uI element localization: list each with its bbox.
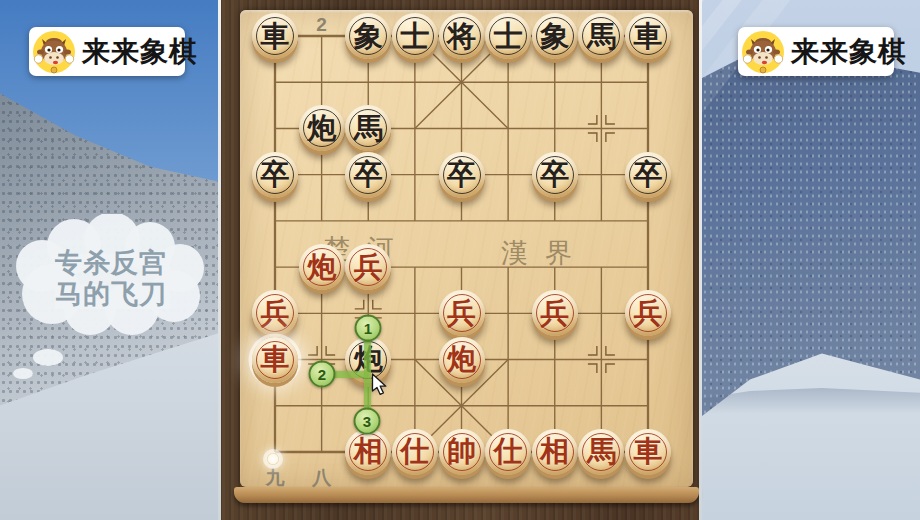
ox-mascot-icon (741, 30, 785, 74)
piece-black-将[interactable]: 将 (439, 13, 485, 59)
piece-black-炮[interactable]: 炮 (299, 105, 345, 151)
piece-black-車[interactable]: 車 (252, 13, 298, 59)
piece-red-車[interactable]: 車 (625, 429, 671, 475)
piece-black-車[interactable]: 車 (625, 13, 671, 59)
mouse-cursor-icon (371, 373, 389, 397)
ox-mascot-icon (32, 30, 76, 74)
move-number-badge-2: 2 (309, 361, 336, 388)
app-logo-right: 来来象棋 (738, 27, 894, 76)
thought-dot-small (13, 368, 33, 379)
app-logo-text-right: 来来象棋 (791, 33, 907, 71)
left-photo-panel: 来来象棋 专杀反宫 马的飞刀 (0, 0, 220, 520)
lesson-title-line1: 专杀反宫 (55, 248, 167, 279)
piece-red-炮[interactable]: 炮 (439, 337, 485, 383)
river-label-right: 漢界 (501, 235, 589, 271)
panel-divider-left (218, 0, 221, 520)
piece-red-車[interactable]: 車 (252, 337, 298, 383)
move-number-badge-1: 1 (355, 315, 382, 342)
last-move-origin-glow (267, 453, 279, 465)
piece-black-象[interactable]: 象 (345, 13, 391, 59)
piece-black-士[interactable]: 士 (392, 13, 438, 59)
piece-red-相[interactable]: 相 (345, 429, 391, 475)
piece-red-帥[interactable]: 帥 (439, 429, 485, 475)
piece-red-炮[interactable]: 炮 (299, 244, 345, 290)
piece-red-仕[interactable]: 仕 (485, 429, 531, 475)
piece-red-馬[interactable]: 馬 (578, 429, 624, 475)
piece-red-相[interactable]: 相 (532, 429, 578, 475)
piece-black-士[interactable]: 士 (485, 13, 531, 59)
move-number-badge-3: 3 (354, 408, 381, 435)
piece-black-馬[interactable]: 馬 (345, 105, 391, 151)
lesson-title: 专杀反宫 马的飞刀 (10, 214, 212, 342)
piece-red-兵[interactable]: 兵 (345, 244, 391, 290)
file-label-bottom: 八 (312, 465, 331, 491)
thought-dot-large (33, 349, 63, 366)
file-label-top: 2 (316, 14, 327, 36)
panel-divider-right (699, 0, 702, 520)
lesson-title-line2: 马的飞刀 (55, 279, 167, 310)
piece-black-卒[interactable]: 卒 (345, 152, 391, 198)
piece-red-兵[interactable]: 兵 (625, 290, 671, 336)
piece-red-兵[interactable]: 兵 (439, 290, 485, 336)
piece-black-卒[interactable]: 卒 (625, 152, 671, 198)
piece-red-兵[interactable]: 兵 (252, 290, 298, 336)
right-photo-panel: 来来象棋 更多飞刀 请看专栏 (702, 0, 920, 520)
piece-black-象[interactable]: 象 (532, 13, 578, 59)
file-label-bottom: 九 (266, 465, 285, 491)
app-logo-text: 来来象棋 (82, 33, 198, 71)
piece-red-兵[interactable]: 兵 (532, 290, 578, 336)
piece-black-卒[interactable]: 卒 (532, 152, 578, 198)
piece-black-卒[interactable]: 卒 (252, 152, 298, 198)
piece-black-馬[interactable]: 馬 (578, 13, 624, 59)
screenshot-stage: 来来象棋 专杀反宫 马的飞刀 (0, 0, 920, 520)
thought-bubble: 专杀反宫 马的飞刀 (10, 214, 212, 342)
app-logo: 来来象棋 (29, 27, 185, 76)
piece-black-卒[interactable]: 卒 (439, 152, 485, 198)
piece-red-仕[interactable]: 仕 (392, 429, 438, 475)
board-front-edge (234, 487, 699, 503)
